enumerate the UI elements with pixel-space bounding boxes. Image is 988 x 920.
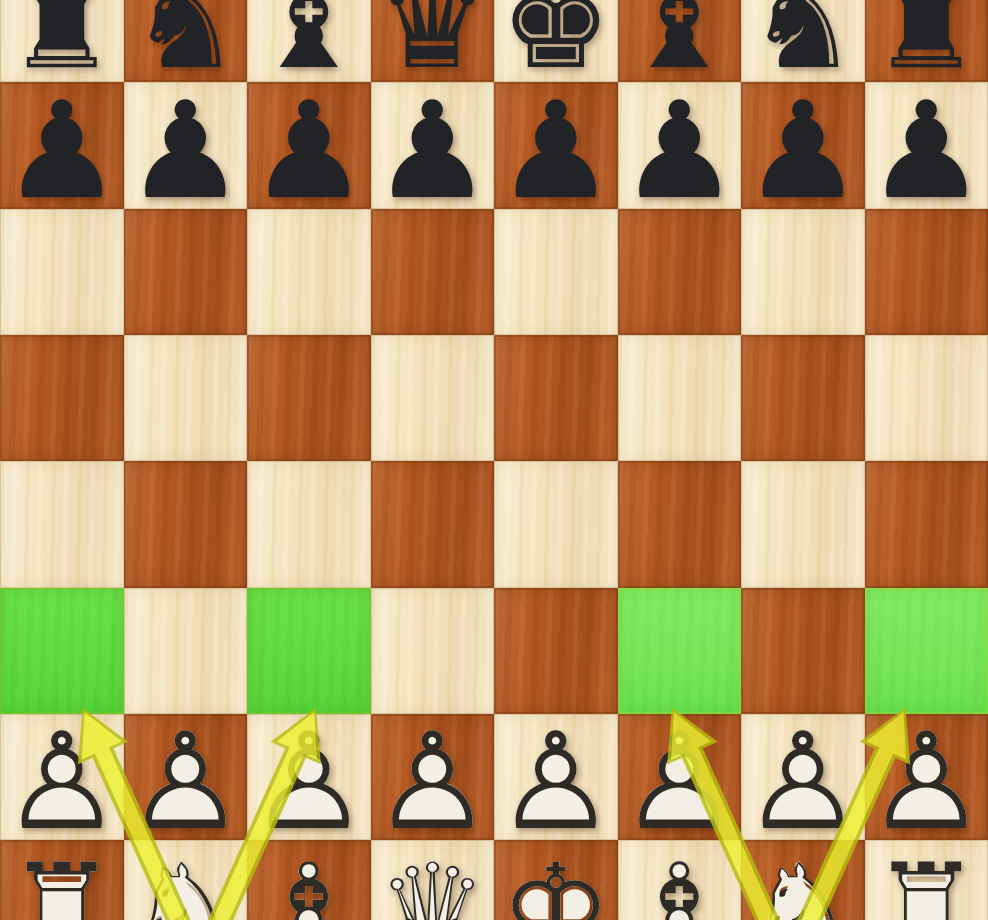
square-b7[interactable]: ♟ <box>124 82 248 208</box>
piece-white-knight-g1[interactable]: ♞♘ <box>741 840 865 920</box>
piece-white-bishop-f1[interactable]: ♝♗ <box>618 840 742 920</box>
piece-black-pawn-b7[interactable]: ♟ <box>124 82 248 208</box>
square-g4[interactable] <box>741 461 865 587</box>
square-c2[interactable]: ♟♙ <box>247 714 371 840</box>
white-pawn-outline-icon: ♙ <box>371 719 495 845</box>
piece-white-pawn-a2[interactable]: ♟♙ <box>0 714 124 840</box>
square-f7[interactable]: ♟ <box>618 82 742 208</box>
square-b5[interactable] <box>124 335 248 461</box>
square-e8[interactable]: ♚ <box>494 0 618 82</box>
highlighted-square-a3[interactable] <box>0 588 124 714</box>
square-d8[interactable]: ♛ <box>371 0 495 82</box>
highlighted-square-h3[interactable] <box>865 588 988 714</box>
square-f4[interactable] <box>618 461 742 587</box>
white-pawn-outline-icon: ♙ <box>741 719 865 845</box>
square-b4[interactable] <box>124 461 248 587</box>
square-e3[interactable] <box>494 588 618 714</box>
white-rook-outline-icon: ♖ <box>0 845 124 920</box>
square-d3[interactable] <box>371 588 495 714</box>
square-d5[interactable] <box>371 335 495 461</box>
piece-black-bishop-f8[interactable]: ♝ <box>618 0 742 82</box>
square-h2[interactable]: ♟♙ <box>865 714 988 840</box>
piece-black-pawn-a7[interactable]: ♟ <box>0 82 124 208</box>
white-pawn-outline-icon: ♙ <box>0 719 124 845</box>
square-c5[interactable] <box>247 335 371 461</box>
square-e2[interactable]: ♟♙ <box>494 714 618 840</box>
square-a4[interactable] <box>0 461 124 587</box>
piece-black-knight-g8[interactable]: ♞ <box>741 0 865 82</box>
piece-black-rook-a8[interactable]: ♜ <box>0 0 124 82</box>
square-c7[interactable]: ♟ <box>247 82 371 208</box>
white-king-outline-icon: ♔ <box>494 845 618 920</box>
square-d4[interactable] <box>371 461 495 587</box>
piece-black-knight-b8[interactable]: ♞ <box>124 0 248 82</box>
board-grid: ♜♞♝♛♚♝♞♜♟♟♟♟♟♟♟♟♟♙♟♙♟♙♟♙♟♙♟♙♟♙♟♙♜♖♞♘♝♗♛♕… <box>0 0 988 920</box>
white-pawn-outline-icon: ♙ <box>618 719 742 845</box>
piece-white-knight-b1[interactable]: ♞♘ <box>124 840 248 920</box>
square-g3[interactable] <box>741 588 865 714</box>
square-f1[interactable]: ♝♗ <box>618 840 742 920</box>
black-pawn-icon: ♟ <box>371 87 495 213</box>
square-a5[interactable] <box>0 335 124 461</box>
square-f2[interactable]: ♟♙ <box>618 714 742 840</box>
black-pawn-icon: ♟ <box>247 87 371 213</box>
white-pawn-outline-icon: ♙ <box>494 719 618 845</box>
square-e4[interactable] <box>494 461 618 587</box>
square-e7[interactable]: ♟ <box>494 82 618 208</box>
piece-white-rook-h1[interactable]: ♜♖ <box>865 840 988 920</box>
square-g5[interactable] <box>741 335 865 461</box>
square-d1[interactable]: ♛♕ <box>371 840 495 920</box>
square-d7[interactable]: ♟ <box>371 82 495 208</box>
square-a1[interactable]: ♜♖ <box>0 840 124 920</box>
square-b2[interactable]: ♟♙ <box>124 714 248 840</box>
square-g2[interactable]: ♟♙ <box>741 714 865 840</box>
square-c8[interactable]: ♝ <box>247 0 371 82</box>
white-queen-outline-icon: ♕ <box>371 845 495 920</box>
black-pawn-icon: ♟ <box>865 87 988 213</box>
highlighted-square-f3[interactable] <box>618 588 742 714</box>
piece-white-pawn-h2[interactable]: ♟♙ <box>865 714 988 840</box>
white-bishop-outline-icon: ♗ <box>618 845 742 920</box>
black-pawn-icon: ♟ <box>0 87 124 213</box>
square-h1[interactable]: ♜♖ <box>865 840 988 920</box>
piece-black-pawn-g7[interactable]: ♟ <box>741 82 865 208</box>
black-pawn-icon: ♟ <box>494 87 618 213</box>
square-c1[interactable]: ♝♗ <box>247 840 371 920</box>
piece-black-pawn-d7[interactable]: ♟ <box>371 82 495 208</box>
square-g7[interactable]: ♟ <box>741 82 865 208</box>
piece-black-pawn-h7[interactable]: ♟ <box>865 82 988 208</box>
piece-black-pawn-c7[interactable]: ♟ <box>247 82 371 208</box>
piece-white-queen-d1[interactable]: ♛♕ <box>371 840 495 920</box>
piece-white-pawn-b2[interactable]: ♟♙ <box>124 714 248 840</box>
white-pawn-outline-icon: ♙ <box>124 719 248 845</box>
chessboard: ♜♞♝♛♚♝♞♜♟♟♟♟♟♟♟♟♟♙♟♙♟♙♟♙♟♙♟♙♟♙♟♙♜♖♞♘♝♗♛♕… <box>0 0 988 920</box>
white-knight-outline-icon: ♘ <box>741 845 865 920</box>
square-b8[interactable]: ♞ <box>124 0 248 82</box>
square-c4[interactable] <box>247 461 371 587</box>
square-e1[interactable]: ♚♔ <box>494 840 618 920</box>
square-f8[interactable]: ♝ <box>618 0 742 82</box>
piece-black-bishop-c8[interactable]: ♝ <box>247 0 371 82</box>
piece-white-pawn-g2[interactable]: ♟♙ <box>741 714 865 840</box>
white-bishop-outline-icon: ♗ <box>247 845 371 920</box>
piece-black-pawn-e7[interactable]: ♟ <box>494 82 618 208</box>
piece-white-pawn-e2[interactable]: ♟♙ <box>494 714 618 840</box>
black-pawn-icon: ♟ <box>618 87 742 213</box>
square-f5[interactable] <box>618 335 742 461</box>
square-h7[interactable]: ♟ <box>865 82 988 208</box>
piece-black-rook-h8[interactable]: ♜ <box>865 0 988 82</box>
piece-white-bishop-c1[interactable]: ♝♗ <box>247 840 371 920</box>
piece-white-pawn-d2[interactable]: ♟♙ <box>371 714 495 840</box>
piece-black-king-e8[interactable]: ♚ <box>494 0 618 82</box>
square-a8[interactable]: ♜ <box>0 0 124 82</box>
square-a7[interactable]: ♟ <box>0 82 124 208</box>
white-knight-outline-icon: ♘ <box>124 845 248 920</box>
square-h4[interactable] <box>865 461 988 587</box>
square-h8[interactable]: ♜ <box>865 0 988 82</box>
square-g1[interactable]: ♞♘ <box>741 840 865 920</box>
square-d2[interactable]: ♟♙ <box>371 714 495 840</box>
white-rook-outline-icon: ♖ <box>865 845 988 920</box>
square-e5[interactable] <box>494 335 618 461</box>
piece-white-rook-a1[interactable]: ♜♖ <box>0 840 124 920</box>
piece-white-pawn-c2[interactable]: ♟♙ <box>247 714 371 840</box>
square-b1[interactable]: ♞♘ <box>124 840 248 920</box>
square-b3[interactable] <box>124 588 248 714</box>
piece-white-king-e1[interactable]: ♚♔ <box>494 840 618 920</box>
piece-black-pawn-f7[interactable]: ♟ <box>618 82 742 208</box>
piece-white-pawn-f2[interactable]: ♟♙ <box>618 714 742 840</box>
highlighted-square-c3[interactable] <box>247 588 371 714</box>
white-pawn-outline-icon: ♙ <box>865 719 988 845</box>
black-pawn-icon: ♟ <box>741 87 865 213</box>
square-g8[interactable]: ♞ <box>741 0 865 82</box>
square-a2[interactable]: ♟♙ <box>0 714 124 840</box>
white-pawn-outline-icon: ♙ <box>247 719 371 845</box>
black-pawn-icon: ♟ <box>124 87 248 213</box>
square-h5[interactable] <box>865 335 988 461</box>
piece-black-queen-d8[interactable]: ♛ <box>371 0 495 82</box>
